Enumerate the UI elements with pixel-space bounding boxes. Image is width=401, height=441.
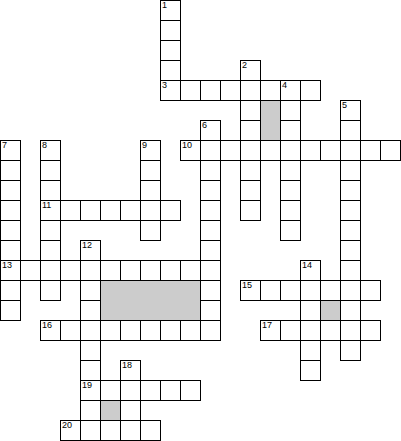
grid-cell[interactable] xyxy=(180,140,201,161)
grid-cell[interactable] xyxy=(240,60,261,81)
grid-cell[interactable] xyxy=(220,80,241,101)
grid-cell[interactable] xyxy=(200,220,221,241)
grid-cell[interactable] xyxy=(280,200,301,221)
grid-cell[interactable] xyxy=(300,80,321,101)
grid-cell[interactable] xyxy=(0,140,21,161)
grid-cell[interactable] xyxy=(300,300,321,321)
grid-cell[interactable] xyxy=(340,220,361,241)
grid-cell[interactable] xyxy=(60,420,81,441)
grid-cell[interactable] xyxy=(260,140,281,161)
grid-cell[interactable] xyxy=(340,340,361,361)
grid-cell[interactable] xyxy=(120,320,141,341)
grid-cell[interactable] xyxy=(120,420,141,441)
grid-cell[interactable] xyxy=(120,360,141,381)
grid-cell[interactable] xyxy=(40,260,61,281)
grid-cell[interactable] xyxy=(220,140,241,161)
grid-cell[interactable] xyxy=(200,200,221,221)
grid-cell[interactable] xyxy=(100,260,121,281)
grid-cell[interactable] xyxy=(200,240,221,261)
grid-cell[interactable] xyxy=(160,60,181,81)
grid-cell[interactable] xyxy=(280,180,301,201)
grid-cell[interactable] xyxy=(120,380,141,401)
grid-cell[interactable] xyxy=(240,100,261,121)
grid-cell[interactable] xyxy=(80,320,101,341)
grid-cell[interactable] xyxy=(100,320,121,341)
grid-cell[interactable] xyxy=(340,140,361,161)
grid-cell[interactable] xyxy=(160,20,181,41)
grid-cell[interactable] xyxy=(200,280,221,301)
grid-cell[interactable] xyxy=(320,280,341,301)
grid-cell[interactable] xyxy=(280,280,301,301)
grid-cell[interactable] xyxy=(240,160,261,181)
grid-cell[interactable] xyxy=(40,140,61,161)
grid-cell[interactable] xyxy=(160,0,181,21)
grid-cell[interactable] xyxy=(80,380,101,401)
grid-cell[interactable] xyxy=(140,220,161,241)
grid-cell[interactable] xyxy=(200,260,221,281)
grid-cell[interactable] xyxy=(180,80,201,101)
grid-cell[interactable] xyxy=(140,260,161,281)
grid-cell[interactable] xyxy=(300,340,321,361)
grid-cell[interactable] xyxy=(340,260,361,281)
grid-cell[interactable] xyxy=(240,80,261,101)
grid-cell[interactable] xyxy=(240,200,261,221)
grid-cell[interactable] xyxy=(380,140,401,161)
grid-cell[interactable] xyxy=(160,320,181,341)
grid-cell[interactable] xyxy=(40,280,61,301)
grid-cell[interactable] xyxy=(360,140,381,161)
grid-cell[interactable] xyxy=(140,320,161,341)
grid-cell[interactable] xyxy=(340,160,361,181)
grid-cell[interactable] xyxy=(260,80,281,101)
grid-cell[interactable] xyxy=(260,320,281,341)
shaded-region xyxy=(100,400,121,421)
grid-cell[interactable] xyxy=(340,200,361,221)
grid-cell[interactable] xyxy=(200,140,221,161)
grid-cell[interactable] xyxy=(280,100,301,121)
shaded-region xyxy=(320,300,341,321)
grid-cell[interactable] xyxy=(0,180,21,201)
grid-cell[interactable] xyxy=(160,80,181,101)
grid-cell[interactable] xyxy=(80,420,101,441)
grid-cell[interactable] xyxy=(340,280,361,301)
grid-cell[interactable] xyxy=(340,120,361,141)
grid-cell[interactable] xyxy=(120,260,141,281)
grid-cell[interactable] xyxy=(240,280,261,301)
grid-cell[interactable] xyxy=(120,400,141,421)
grid-cell[interactable] xyxy=(140,140,161,161)
grid-cell[interactable] xyxy=(180,380,201,401)
grid-cell[interactable] xyxy=(140,200,161,221)
grid-cell[interactable] xyxy=(200,160,221,181)
grid-cell[interactable] xyxy=(80,200,101,221)
grid-cell[interactable] xyxy=(180,260,201,281)
grid-cell[interactable] xyxy=(280,120,301,141)
grid-cell[interactable] xyxy=(140,380,161,401)
grid-cell[interactable] xyxy=(80,240,101,261)
grid-cell[interactable] xyxy=(100,420,121,441)
grid-cell[interactable] xyxy=(320,140,341,161)
grid-cell[interactable] xyxy=(300,360,321,381)
grid-cell[interactable] xyxy=(340,240,361,261)
grid-cell[interactable] xyxy=(80,340,101,361)
grid-cell[interactable] xyxy=(340,300,361,321)
grid-cell[interactable] xyxy=(160,380,181,401)
grid-cell[interactable] xyxy=(0,280,21,301)
grid-cell[interactable] xyxy=(60,320,81,341)
grid-cell[interactable] xyxy=(280,140,301,161)
grid-cell[interactable] xyxy=(40,320,61,341)
shaded-region xyxy=(260,100,281,141)
grid-cell[interactable] xyxy=(140,420,161,441)
grid-cell[interactable] xyxy=(180,320,201,341)
grid-cell[interactable] xyxy=(280,320,301,341)
grid-cell[interactable] xyxy=(200,180,221,201)
grid-cell[interactable] xyxy=(60,260,81,281)
grid-cell[interactable] xyxy=(0,300,21,321)
grid-cell[interactable] xyxy=(140,160,161,181)
grid-cell[interactable] xyxy=(240,140,261,161)
grid-cell[interactable] xyxy=(300,260,321,281)
shaded-region xyxy=(100,280,201,321)
grid-cell[interactable] xyxy=(200,120,221,141)
grid-cell[interactable] xyxy=(240,180,261,201)
grid-cell[interactable] xyxy=(100,200,121,221)
grid-cell[interactable] xyxy=(360,280,381,301)
grid-cell[interactable] xyxy=(140,180,161,201)
grid-cell[interactable] xyxy=(20,260,41,281)
grid-cell[interactable] xyxy=(300,140,321,161)
grid-cell[interactable] xyxy=(340,100,361,121)
grid-cell[interactable] xyxy=(360,320,381,341)
grid-cell[interactable] xyxy=(160,40,181,61)
grid-cell[interactable] xyxy=(120,200,141,221)
grid-cell[interactable] xyxy=(280,80,301,101)
grid-cell[interactable] xyxy=(40,220,61,241)
grid-cell[interactable] xyxy=(0,240,21,261)
grid-cell[interactable] xyxy=(300,320,321,341)
grid-cell[interactable] xyxy=(0,160,21,181)
grid-cell[interactable] xyxy=(240,120,261,141)
grid-cell[interactable] xyxy=(260,280,281,301)
grid-cell[interactable] xyxy=(320,320,341,341)
grid-cell[interactable] xyxy=(40,240,61,261)
grid-cell[interactable] xyxy=(0,260,21,281)
grid-cell[interactable] xyxy=(200,80,221,101)
grid-cell[interactable] xyxy=(340,320,361,341)
grid-cell[interactable] xyxy=(340,180,361,201)
grid-cell[interactable] xyxy=(40,180,61,201)
grid-cell[interactable] xyxy=(80,360,101,381)
crossword-board: 1234567891011121314151617181920 xyxy=(0,0,401,441)
grid-cell[interactable] xyxy=(80,400,101,421)
grid-cell[interactable] xyxy=(0,200,21,221)
grid-cell[interactable] xyxy=(0,220,21,241)
grid-cell[interactable] xyxy=(280,220,301,241)
grid-cell[interactable] xyxy=(60,200,81,221)
grid-cell[interactable] xyxy=(160,200,181,221)
grid-cell[interactable] xyxy=(40,200,61,221)
grid-cell[interactable] xyxy=(80,300,101,321)
grid-cell[interactable] xyxy=(160,260,181,281)
grid-cell[interactable] xyxy=(80,280,101,301)
grid-cell[interactable] xyxy=(300,280,321,301)
grid-cell[interactable] xyxy=(40,160,61,181)
grid-cell[interactable] xyxy=(80,260,101,281)
grid-cell[interactable] xyxy=(280,160,301,181)
grid-cell[interactable] xyxy=(200,320,221,341)
grid-cell[interactable] xyxy=(200,300,221,321)
grid-cell[interactable] xyxy=(100,380,121,401)
